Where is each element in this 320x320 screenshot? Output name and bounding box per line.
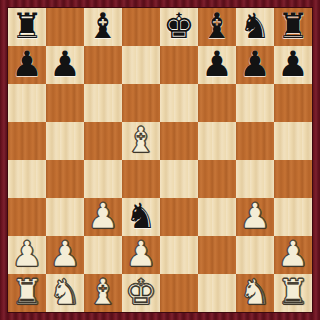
- piece-black-rook[interactable]: ♜: [277, 8, 308, 45]
- square-b1[interactable]: ♞: [46, 274, 84, 312]
- square-c3[interactable]: ♟: [84, 198, 122, 236]
- square-g8[interactable]: ♞: [236, 8, 274, 46]
- square-h5[interactable]: [274, 122, 312, 160]
- piece-black-pawn[interactable]: ♟: [239, 46, 270, 83]
- square-h8[interactable]: ♜: [274, 8, 312, 46]
- square-d8[interactable]: [122, 8, 160, 46]
- piece-white-pawn[interactable]: ♟: [277, 236, 308, 273]
- square-h1[interactable]: ♜: [274, 274, 312, 312]
- square-h6[interactable]: [274, 84, 312, 122]
- piece-white-rook[interactable]: ♜: [11, 274, 42, 311]
- piece-white-king[interactable]: ♚: [125, 274, 156, 311]
- square-g7[interactable]: ♟: [236, 46, 274, 84]
- square-f1[interactable]: [198, 274, 236, 312]
- piece-black-pawn[interactable]: ♟: [201, 46, 232, 83]
- square-g1[interactable]: ♞: [236, 274, 274, 312]
- square-d2[interactable]: ♟: [122, 236, 160, 274]
- square-a1[interactable]: ♜: [8, 274, 46, 312]
- square-g5[interactable]: [236, 122, 274, 160]
- piece-white-bishop[interactable]: ♝: [87, 274, 118, 311]
- square-f6[interactable]: [198, 84, 236, 122]
- square-g2[interactable]: [236, 236, 274, 274]
- square-e2[interactable]: [160, 236, 198, 274]
- square-h4[interactable]: [274, 160, 312, 198]
- piece-white-pawn[interactable]: ♟: [49, 236, 80, 273]
- piece-white-bishop[interactable]: ♝: [125, 122, 156, 159]
- piece-black-bishop[interactable]: ♝: [201, 8, 232, 45]
- piece-white-pawn[interactable]: ♟: [239, 198, 270, 235]
- square-c5[interactable]: [84, 122, 122, 160]
- square-d3[interactable]: ♞: [122, 198, 160, 236]
- square-g4[interactable]: [236, 160, 274, 198]
- square-b3[interactable]: [46, 198, 84, 236]
- piece-black-pawn[interactable]: ♟: [11, 46, 42, 83]
- square-b8[interactable]: [46, 8, 84, 46]
- square-c8[interactable]: ♝: [84, 8, 122, 46]
- square-c7[interactable]: [84, 46, 122, 84]
- square-e7[interactable]: [160, 46, 198, 84]
- piece-white-knight[interactable]: ♞: [49, 274, 80, 311]
- chess-board-frame: ♜♝♚♝♞♜♟♟♟♟♟♝♟♞♟♟♟♟♟♜♞♝♚♞♜: [0, 0, 320, 320]
- square-b4[interactable]: [46, 160, 84, 198]
- square-e8[interactable]: ♚: [160, 8, 198, 46]
- square-g6[interactable]: [236, 84, 274, 122]
- square-b2[interactable]: ♟: [46, 236, 84, 274]
- piece-white-rook[interactable]: ♜: [277, 274, 308, 311]
- square-a5[interactable]: [8, 122, 46, 160]
- square-e3[interactable]: [160, 198, 198, 236]
- square-h2[interactable]: ♟: [274, 236, 312, 274]
- square-a8[interactable]: ♜: [8, 8, 46, 46]
- square-c1[interactable]: ♝: [84, 274, 122, 312]
- square-f7[interactable]: ♟: [198, 46, 236, 84]
- square-f3[interactable]: [198, 198, 236, 236]
- piece-black-knight[interactable]: ♞: [125, 198, 156, 235]
- piece-white-pawn[interactable]: ♟: [11, 236, 42, 273]
- piece-black-rook[interactable]: ♜: [11, 8, 42, 45]
- square-h3[interactable]: [274, 198, 312, 236]
- square-d5[interactable]: ♝: [122, 122, 160, 160]
- chess-board: ♜♝♚♝♞♜♟♟♟♟♟♝♟♞♟♟♟♟♟♜♞♝♚♞♜: [8, 8, 312, 312]
- piece-black-pawn[interactable]: ♟: [277, 46, 308, 83]
- square-d7[interactable]: [122, 46, 160, 84]
- square-h7[interactable]: ♟: [274, 46, 312, 84]
- piece-black-knight[interactable]: ♞: [239, 8, 270, 45]
- square-f4[interactable]: [198, 160, 236, 198]
- square-a7[interactable]: ♟: [8, 46, 46, 84]
- square-c2[interactable]: [84, 236, 122, 274]
- square-c4[interactable]: [84, 160, 122, 198]
- square-f2[interactable]: [198, 236, 236, 274]
- square-e6[interactable]: [160, 84, 198, 122]
- square-e1[interactable]: [160, 274, 198, 312]
- square-d4[interactable]: [122, 160, 160, 198]
- square-a2[interactable]: ♟: [8, 236, 46, 274]
- piece-white-pawn[interactable]: ♟: [87, 198, 118, 235]
- square-a3[interactable]: [8, 198, 46, 236]
- piece-black-king[interactable]: ♚: [163, 8, 194, 45]
- square-e5[interactable]: [160, 122, 198, 160]
- square-a4[interactable]: [8, 160, 46, 198]
- piece-black-bishop[interactable]: ♝: [87, 8, 118, 45]
- piece-white-pawn[interactable]: ♟: [125, 236, 156, 273]
- piece-white-knight[interactable]: ♞: [239, 274, 270, 311]
- square-f5[interactable]: [198, 122, 236, 160]
- square-c6[interactable]: [84, 84, 122, 122]
- square-e4[interactable]: [160, 160, 198, 198]
- square-a6[interactable]: [8, 84, 46, 122]
- square-g3[interactable]: ♟: [236, 198, 274, 236]
- square-b6[interactable]: [46, 84, 84, 122]
- square-b5[interactable]: [46, 122, 84, 160]
- square-f8[interactable]: ♝: [198, 8, 236, 46]
- square-d6[interactable]: [122, 84, 160, 122]
- square-b7[interactable]: ♟: [46, 46, 84, 84]
- piece-black-pawn[interactable]: ♟: [49, 46, 80, 83]
- square-d1[interactable]: ♚: [122, 274, 160, 312]
